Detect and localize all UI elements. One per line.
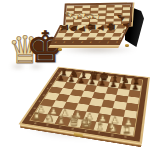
white-knight: ♞: [42, 113, 55, 124]
folded-front-border-letters: abcdefgh: [50, 40, 123, 45]
chess-board: ♜♞♝♛♚♝♞♜♟♟♟♟♟♟♟♟♟♟♟♟♟♟♟♟♜♞♝♛♚♝♞♜ abcdefg…: [22, 68, 148, 142]
white-king: ♚: [80, 116, 93, 130]
loose-dark-piece-12: ♟: [122, 21, 131, 29]
white-rook: ♜: [30, 112, 43, 122]
square-h6[interactable]: [128, 90, 140, 98]
folded-file-label-h: h: [111, 40, 122, 45]
black-pawn: ♟: [55, 75, 66, 82]
square-g7[interactable]: ♟: [118, 83, 130, 90]
black-pawn: ♟: [86, 79, 97, 86]
white-knight: ♞: [106, 122, 120, 134]
loose-dark-piece-10: ♚: [106, 22, 116, 31]
board-grid: ♜♞♝♛♚♝♞♜♟♟♟♟♟♟♟♟♟♟♟♟♟♟♟♟♜♞♝♛♚♝♞♜: [31, 71, 142, 136]
black-pawn: ♟: [66, 76, 77, 83]
brass-clasp: [74, 132, 83, 137]
black-pawn: ♟: [97, 80, 108, 88]
square-h1[interactable]: ♜: [119, 125, 134, 136]
white-queen: ♛: [67, 114, 80, 128]
white-rook: ♜: [119, 125, 133, 136]
white-bishop: ♝: [93, 120, 106, 132]
black-pawn: ♟: [129, 84, 140, 92]
open-board-scene: ♜♞♝♛♚♝♞♜♟♟♟♟♟♟♟♟♟♟♟♟♟♟♟♟♜♞♝♛♚♝♞♜ abcdefg…: [40, 46, 144, 150]
black-pawn: ♟: [107, 81, 118, 89]
white-bishop: ♝: [55, 114, 68, 125]
black-pawn: ♟: [118, 82, 129, 90]
loose-light-piece-4: ♟: [92, 13, 101, 22]
square-f5[interactable]: [103, 93, 116, 101]
black-pawn: ♟: [76, 77, 87, 84]
square-h7[interactable]: ♟: [129, 84, 141, 91]
